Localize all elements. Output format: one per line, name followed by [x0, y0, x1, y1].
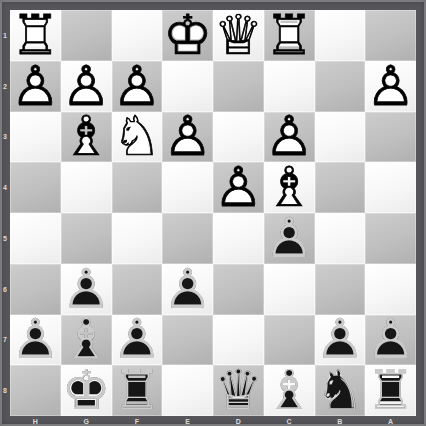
file-label-e: E	[162, 416, 213, 426]
piece-fill-glyph: ♛	[213, 365, 264, 416]
square-e7[interactable]	[162, 315, 213, 366]
white-rook-c1[interactable]: ♜♖	[264, 10, 315, 61]
piece-outline-glyph: ♘	[112, 112, 163, 163]
black-bishop-c8[interactable]: ♝♗	[264, 365, 315, 416]
square-c5[interactable]: ♟♙	[264, 213, 315, 264]
square-b2[interactable]	[315, 61, 366, 112]
white-knight-f3[interactable]: ♞♘	[112, 112, 163, 163]
piece-outline-glyph: ♙	[365, 315, 416, 366]
square-f1[interactable]	[112, 10, 163, 61]
square-b6[interactable]	[315, 264, 366, 315]
square-b3[interactable]	[315, 112, 366, 163]
square-h1[interactable]: ♜♖	[10, 10, 61, 61]
square-e3[interactable]: ♟♙	[162, 112, 213, 163]
square-b1[interactable]	[315, 10, 366, 61]
piece-outline-glyph: ♗	[61, 315, 112, 366]
rank-label-3: 3	[0, 112, 10, 163]
square-b4[interactable]	[315, 162, 366, 213]
piece-fill-glyph: ♚	[162, 10, 213, 61]
piece-outline-glyph: ♘	[315, 365, 366, 416]
square-g8[interactable]: ♚♔	[61, 365, 112, 416]
piece-outline-glyph: ♙	[162, 112, 213, 163]
square-e5[interactable]	[162, 213, 213, 264]
white-bishop-c4[interactable]: ♝♗	[264, 162, 315, 213]
piece-outline-glyph: ♕	[213, 10, 264, 61]
piece-fill-glyph: ♟	[365, 315, 416, 366]
piece-fill-glyph: ♝	[264, 162, 315, 213]
black-knight-b8[interactable]: ♞♘	[315, 365, 366, 416]
white-bishop-g3[interactable]: ♝♗	[61, 112, 112, 163]
square-g7[interactable]: ♝♗	[61, 315, 112, 366]
rank-label-8: 8	[0, 365, 10, 416]
square-e6[interactable]: ♟♙	[162, 264, 213, 315]
square-h8[interactable]	[10, 365, 61, 416]
square-c4[interactable]: ♝♗	[264, 162, 315, 213]
chess-board-frame: ♜♖♚♔♛♕♜♖♟♙♟♙♟♙♟♙♝♗♞♘♟♙♟♙♟♙♝♗♟♙♟♙♟♙♟♙♝♗♟♙…	[0, 0, 426, 426]
file-label-d: D	[213, 416, 264, 426]
piece-fill-glyph: ♜	[112, 365, 163, 416]
piece-outline-glyph: ♙	[10, 61, 61, 112]
white-queen-d1[interactable]: ♛♕	[213, 10, 264, 61]
square-d3[interactable]	[213, 112, 264, 163]
square-g3[interactable]: ♝♗	[61, 112, 112, 163]
square-e4[interactable]	[162, 162, 213, 213]
file-label-c: C	[264, 416, 315, 426]
piece-fill-glyph: ♜	[10, 10, 61, 61]
square-h7[interactable]: ♟♙	[10, 315, 61, 366]
piece-fill-glyph: ♟	[10, 315, 61, 366]
chess-board: ♜♖♚♔♛♕♜♖♟♙♟♙♟♙♟♙♝♗♞♘♟♙♟♙♟♙♝♗♟♙♟♙♟♙♟♙♝♗♟♙…	[10, 10, 416, 416]
file-label-g: G	[61, 416, 112, 426]
rank-label-4: 4	[0, 162, 10, 213]
piece-outline-glyph: ♙	[264, 112, 315, 163]
piece-outline-glyph: ♙	[112, 61, 163, 112]
piece-outline-glyph: ♕	[213, 365, 264, 416]
piece-outline-glyph: ♔	[61, 365, 112, 416]
piece-outline-glyph: ♖	[365, 365, 416, 416]
piece-outline-glyph: ♗	[61, 112, 112, 163]
black-rook-a8[interactable]: ♜♖	[365, 365, 416, 416]
rank-label-7: 7	[0, 315, 10, 366]
square-a6[interactable]	[365, 264, 416, 315]
square-a5[interactable]	[365, 213, 416, 264]
file-label-f: F	[112, 416, 163, 426]
square-g5[interactable]	[61, 213, 112, 264]
piece-fill-glyph: ♟	[213, 162, 264, 213]
black-pawn-c5[interactable]: ♟♙	[264, 213, 315, 264]
piece-outline-glyph: ♙	[264, 213, 315, 264]
square-a7[interactable]: ♟♙	[365, 315, 416, 366]
piece-outline-glyph: ♙	[112, 315, 163, 366]
square-a2[interactable]: ♟♙	[365, 61, 416, 112]
piece-fill-glyph: ♟	[61, 61, 112, 112]
white-pawn-g2[interactable]: ♟♙	[61, 61, 112, 112]
piece-fill-glyph: ♝	[61, 315, 112, 366]
piece-outline-glyph: ♖	[112, 365, 163, 416]
black-king-g8[interactable]: ♚♔	[61, 365, 112, 416]
piece-fill-glyph: ♟	[162, 264, 213, 315]
black-rook-f8[interactable]: ♜♖	[112, 365, 163, 416]
piece-fill-glyph: ♛	[213, 10, 264, 61]
piece-fill-glyph: ♝	[61, 112, 112, 163]
piece-fill-glyph: ♟	[112, 61, 163, 112]
file-label-h: H	[10, 416, 61, 426]
piece-outline-glyph: ♙	[61, 61, 112, 112]
piece-fill-glyph: ♝	[264, 365, 315, 416]
square-a3[interactable]	[365, 112, 416, 163]
square-f5[interactable]	[112, 213, 163, 264]
square-d6[interactable]	[213, 264, 264, 315]
square-c2[interactable]	[264, 61, 315, 112]
piece-fill-glyph: ♟	[10, 61, 61, 112]
square-c6[interactable]	[264, 264, 315, 315]
square-f4[interactable]	[112, 162, 163, 213]
piece-outline-glyph: ♙	[10, 315, 61, 366]
white-rook-h1[interactable]: ♜♖	[10, 10, 61, 61]
rank-label-1: 1	[0, 10, 10, 61]
piece-fill-glyph: ♞	[112, 112, 163, 163]
square-f3[interactable]: ♞♘	[112, 112, 163, 163]
square-e1[interactable]: ♚♔	[162, 10, 213, 61]
square-f2[interactable]: ♟♙	[112, 61, 163, 112]
piece-fill-glyph: ♟	[264, 213, 315, 264]
square-d1[interactable]: ♛♕	[213, 10, 264, 61]
square-g4[interactable]	[61, 162, 112, 213]
piece-outline-glyph: ♖	[264, 10, 315, 61]
square-h3[interactable]	[10, 112, 61, 163]
square-h2[interactable]: ♟♙	[10, 61, 61, 112]
square-d5[interactable]	[213, 213, 264, 264]
square-f8[interactable]: ♜♖	[112, 365, 163, 416]
square-b8[interactable]: ♞♘	[315, 365, 366, 416]
white-pawn-h2[interactable]: ♟♙	[10, 61, 61, 112]
piece-fill-glyph: ♟	[365, 61, 416, 112]
square-d2[interactable]	[213, 61, 264, 112]
piece-fill-glyph: ♞	[315, 365, 366, 416]
rank-label-2: 2	[0, 61, 10, 112]
black-queen-d8[interactable]: ♛♕	[213, 365, 264, 416]
piece-outline-glyph: ♖	[10, 10, 61, 61]
square-c3[interactable]: ♟♙	[264, 112, 315, 163]
square-g2[interactable]: ♟♙	[61, 61, 112, 112]
piece-outline-glyph: ♔	[162, 10, 213, 61]
piece-fill-glyph: ♚	[61, 365, 112, 416]
square-c7[interactable]	[264, 315, 315, 366]
square-f7[interactable]: ♟♙	[112, 315, 163, 366]
piece-outline-glyph: ♙	[315, 315, 366, 366]
rank-label-5: 5	[0, 213, 10, 264]
square-a8[interactable]: ♜♖	[365, 365, 416, 416]
black-pawn-b7[interactable]: ♟♙	[315, 315, 366, 366]
square-a1[interactable]	[365, 10, 416, 61]
square-e2[interactable]	[162, 61, 213, 112]
black-pawn-f7[interactable]: ♟♙	[112, 315, 163, 366]
piece-fill-glyph: ♟	[315, 315, 366, 366]
piece-fill-glyph: ♜	[365, 365, 416, 416]
rank-label-6: 6	[0, 264, 10, 315]
square-d7[interactable]	[213, 315, 264, 366]
square-d8[interactable]: ♛♕	[213, 365, 264, 416]
white-king-e1[interactable]: ♚♔	[162, 10, 213, 61]
white-pawn-f2[interactable]: ♟♙	[112, 61, 163, 112]
rank-labels: 12345678	[0, 10, 10, 416]
square-c1[interactable]: ♜♖	[264, 10, 315, 61]
square-a4[interactable]	[365, 162, 416, 213]
piece-fill-glyph: ♟	[112, 315, 163, 366]
piece-fill-glyph: ♟	[61, 264, 112, 315]
square-c8[interactable]: ♝♗	[264, 365, 315, 416]
black-pawn-g6[interactable]: ♟♙	[61, 264, 112, 315]
piece-fill-glyph: ♟	[162, 112, 213, 163]
square-b7[interactable]: ♟♙	[315, 315, 366, 366]
file-label-b: B	[315, 416, 366, 426]
white-pawn-c3[interactable]: ♟♙	[264, 112, 315, 163]
square-d4[interactable]: ♟♙	[213, 162, 264, 213]
black-pawn-e6[interactable]: ♟♙	[162, 264, 213, 315]
piece-outline-glyph: ♙	[365, 61, 416, 112]
piece-fill-glyph: ♟	[264, 112, 315, 163]
piece-outline-glyph: ♗	[264, 365, 315, 416]
square-g6[interactable]: ♟♙	[61, 264, 112, 315]
square-e8[interactable]	[162, 365, 213, 416]
black-pawn-h7[interactable]: ♟♙	[10, 315, 61, 366]
piece-outline-glyph: ♙	[213, 162, 264, 213]
file-labels: HGFEDCBA	[10, 416, 416, 426]
piece-outline-glyph: ♙	[61, 264, 112, 315]
black-bishop-g7[interactable]: ♝♗	[61, 315, 112, 366]
white-pawn-e3[interactable]: ♟♙	[162, 112, 213, 163]
square-h5[interactable]	[10, 213, 61, 264]
square-h6[interactable]	[10, 264, 61, 315]
piece-fill-glyph: ♜	[264, 10, 315, 61]
square-f6[interactable]	[112, 264, 163, 315]
file-label-a: A	[365, 416, 416, 426]
piece-outline-glyph: ♙	[162, 264, 213, 315]
black-pawn-a7[interactable]: ♟♙	[365, 315, 416, 366]
white-pawn-d4[interactable]: ♟♙	[213, 162, 264, 213]
square-h4[interactable]	[10, 162, 61, 213]
white-pawn-a2[interactable]: ♟♙	[365, 61, 416, 112]
square-b5[interactable]	[315, 213, 366, 264]
square-g1[interactable]	[61, 10, 112, 61]
piece-outline-glyph: ♗	[264, 162, 315, 213]
